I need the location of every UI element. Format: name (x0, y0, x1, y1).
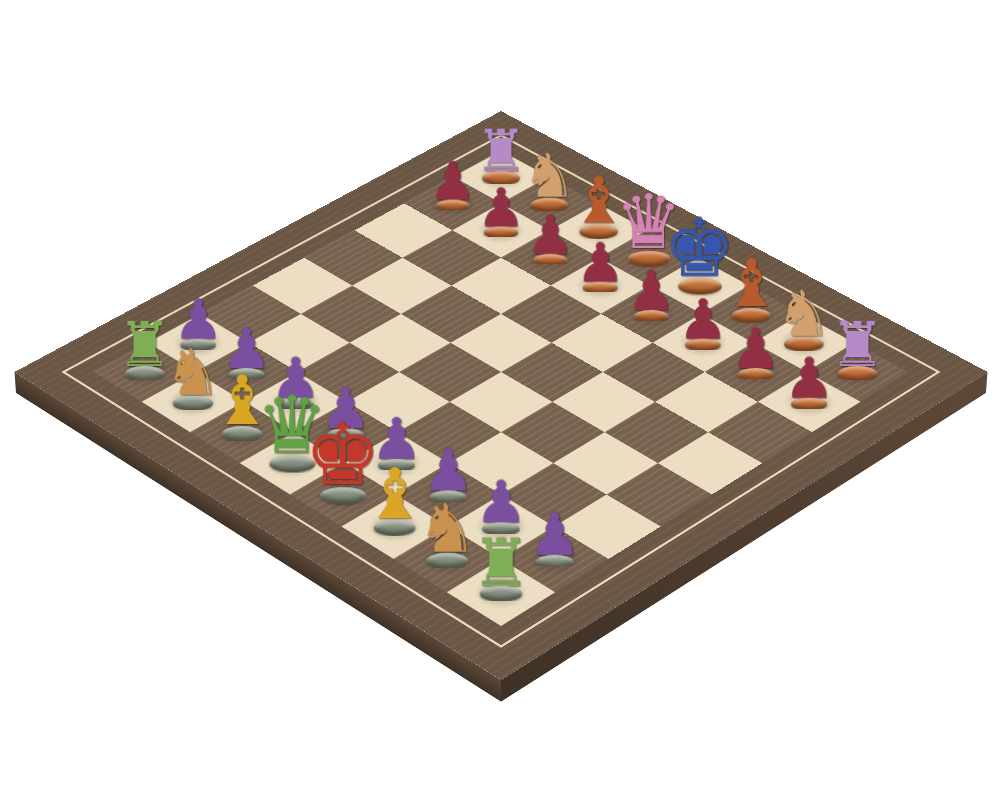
square-c5 (401, 286, 501, 343)
chess-board: ♜♞♝♛♚♝♞♜♟♟♟♟♟♟♟♟♟♟♟♟♟♟♟♟♜♞♝♛♚♝♞♜ (15, 111, 988, 680)
square-d6 (501, 286, 601, 343)
scene: ♜♞♝♛♚♝♞♜♟♟♟♟♟♟♟♟♟♟♟♟♟♟♟♟♜♞♝♛♚♝♞♜ (0, 0, 1000, 800)
rook-glyph: ♜ (471, 533, 530, 594)
square-d5 (451, 314, 552, 372)
square-h1: ♜ (447, 559, 555, 626)
board-squares: ♜♞♝♛♚♝♞♜♟♟♟♟♟♟♟♟♟♟♟♟♟♟♟♟♜♞♝♛♚♝♞♜ (94, 151, 909, 626)
